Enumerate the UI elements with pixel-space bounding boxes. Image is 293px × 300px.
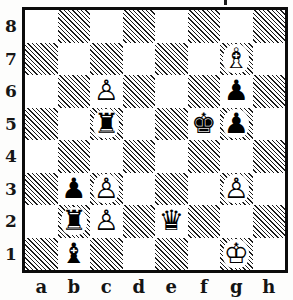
square-e3 — [155, 173, 188, 206]
square-b1: ♝ — [58, 238, 91, 271]
square-h6 — [253, 75, 286, 108]
square-f3 — [188, 173, 221, 206]
black-rook-b2: ♜ — [58, 205, 91, 238]
square-b5 — [58, 108, 91, 141]
square-d7 — [123, 43, 156, 76]
rank-label-8: 8 — [0, 10, 22, 43]
square-c5: ♜ — [90, 108, 123, 141]
square-g5: ♟ — [220, 108, 253, 141]
square-a6 — [25, 75, 58, 108]
square-h7 — [253, 43, 286, 76]
black-queen-e2: ♛ — [155, 205, 188, 238]
square-h8 — [253, 10, 286, 43]
square-f1 — [188, 238, 221, 271]
board-grid: ♗♙♟♜♚♟♟♙♙♜♙♛♝♔ — [25, 10, 285, 270]
file-label-g: g — [220, 274, 253, 298]
square-b4 — [58, 140, 91, 173]
file-label-e: e — [155, 274, 188, 298]
square-a5 — [25, 108, 58, 141]
square-g7: ♗ — [220, 43, 253, 76]
square-g8 — [220, 10, 253, 43]
black-king-f5: ♚ — [188, 108, 221, 141]
square-e6 — [155, 75, 188, 108]
square-a1 — [25, 238, 58, 271]
square-d4 — [123, 140, 156, 173]
square-e2: ♛ — [155, 205, 188, 238]
square-d1 — [123, 238, 156, 271]
square-a8 — [25, 10, 58, 43]
square-e7 — [155, 43, 188, 76]
print-artifact-tick — [224, 0, 227, 5]
file-label-h: h — [253, 274, 286, 298]
white-bishop-g7: ♗ — [220, 43, 253, 76]
file-label-a: a — [25, 274, 58, 298]
file-label-b: b — [58, 274, 91, 298]
square-c8 — [90, 10, 123, 43]
square-f7 — [188, 43, 221, 76]
square-e4 — [155, 140, 188, 173]
chess-diagram: 87654321 ♗♙♟♜♚♟♟♙♙♜♙♛♝♔ abcdefgh — [0, 0, 293, 300]
rank-label-1: 1 — [0, 238, 22, 271]
rank-labels: 87654321 — [0, 10, 22, 270]
square-b8 — [58, 10, 91, 43]
square-g4 — [220, 140, 253, 173]
rank-label-6: 6 — [0, 75, 22, 108]
square-a4 — [25, 140, 58, 173]
file-label-f: f — [188, 274, 221, 298]
square-h4 — [253, 140, 286, 173]
square-h3 — [253, 173, 286, 206]
square-f5: ♚ — [188, 108, 221, 141]
black-pawn-b3: ♟ — [58, 173, 91, 206]
square-g1: ♔ — [220, 238, 253, 271]
square-a3 — [25, 173, 58, 206]
square-g2 — [220, 205, 253, 238]
white-pawn-c2: ♙ — [90, 205, 123, 238]
square-d8 — [123, 10, 156, 43]
chess-board: ♗♙♟♜♚♟♟♙♙♜♙♛♝♔ — [22, 7, 288, 273]
rank-label-2: 2 — [0, 205, 22, 238]
rank-label-5: 5 — [0, 108, 22, 141]
square-h5 — [253, 108, 286, 141]
square-g3: ♙ — [220, 173, 253, 206]
rank-label-7: 7 — [0, 43, 22, 76]
square-b2: ♜ — [58, 205, 91, 238]
black-rook-c5: ♜ — [90, 108, 123, 141]
square-e8 — [155, 10, 188, 43]
black-pawn-g5: ♟ — [220, 108, 253, 141]
square-a7 — [25, 43, 58, 76]
square-f4 — [188, 140, 221, 173]
square-b3: ♟ — [58, 173, 91, 206]
square-d3 — [123, 173, 156, 206]
square-f6 — [188, 75, 221, 108]
square-h2 — [253, 205, 286, 238]
square-c2: ♙ — [90, 205, 123, 238]
square-c7 — [90, 43, 123, 76]
black-bishop-b1: ♝ — [58, 238, 91, 271]
square-d5 — [123, 108, 156, 141]
square-e5 — [155, 108, 188, 141]
square-f2 — [188, 205, 221, 238]
white-king-g1: ♔ — [220, 238, 253, 271]
file-label-c: c — [90, 274, 123, 298]
square-b7 — [58, 43, 91, 76]
rank-label-3: 3 — [0, 173, 22, 206]
file-labels: abcdefgh — [25, 274, 285, 298]
square-h1 — [253, 238, 286, 271]
square-f8 — [188, 10, 221, 43]
square-e1 — [155, 238, 188, 271]
square-d6 — [123, 75, 156, 108]
white-pawn-c3: ♙ — [90, 173, 123, 206]
square-c3: ♙ — [90, 173, 123, 206]
square-d2 — [123, 205, 156, 238]
white-pawn-g3: ♙ — [220, 173, 253, 206]
black-pawn-g6: ♟ — [220, 75, 253, 108]
white-pawn-c6: ♙ — [90, 75, 123, 108]
rank-label-4: 4 — [0, 140, 22, 173]
square-g6: ♟ — [220, 75, 253, 108]
square-a2 — [25, 205, 58, 238]
square-c1 — [90, 238, 123, 271]
square-c6: ♙ — [90, 75, 123, 108]
file-label-d: d — [123, 274, 156, 298]
square-c4 — [90, 140, 123, 173]
square-b6 — [58, 75, 91, 108]
